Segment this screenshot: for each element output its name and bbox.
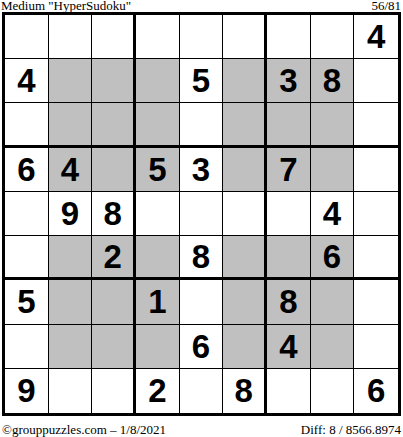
cell-r9c9[interactable]: 6 [354,369,398,413]
cell-r7c2[interactable] [49,280,93,324]
cell-r1c1[interactable] [5,15,49,59]
given-digit: 5 [148,153,166,186]
given-digit: 5 [192,64,210,97]
cell-r1c8[interactable] [311,15,355,59]
cell-r1c2[interactable] [49,15,93,59]
footer-credit: ©grouppuzzles.com – 1/8/2021 [2,423,166,437]
cell-r5c7[interactable] [267,192,311,236]
cell-r2c4[interactable] [136,59,180,103]
given-digit: 2 [103,240,121,273]
cell-r3c4[interactable] [136,103,180,147]
cell-r7c1[interactable]: 5 [5,280,49,324]
cell-r9c2[interactable] [49,369,93,413]
cell-r7c5[interactable] [180,280,224,324]
cell-r6c1[interactable] [5,236,49,280]
progress-counter: 56/81 [371,0,401,12]
given-digit: 3 [192,153,210,186]
cell-r4c9[interactable] [354,148,398,192]
cell-r6c2[interactable] [49,236,93,280]
given-digit: 4 [17,64,35,97]
cell-r3c6[interactable] [223,103,267,147]
cell-r5c4[interactable] [136,192,180,236]
cell-r5c1[interactable] [5,192,49,236]
cell-r5c3[interactable]: 8 [92,192,136,236]
cell-r9c8[interactable] [311,369,355,413]
given-digit: 9 [61,197,79,230]
cell-r4c2[interactable]: 4 [49,148,93,192]
cell-r7c4[interactable]: 1 [136,280,180,324]
given-digit: 3 [279,64,297,97]
cell-r5c2[interactable]: 9 [49,192,93,236]
given-digit: 4 [323,197,341,230]
cell-r5c9[interactable] [354,192,398,236]
cell-r8c9[interactable] [354,325,398,369]
cell-r9c7[interactable] [267,369,311,413]
cell-r2c8[interactable]: 8 [311,59,355,103]
footer-difficulty: Diff: 8 / 8566.8974 [301,423,401,437]
cell-r2c3[interactable] [92,59,136,103]
cell-r4c6[interactable] [223,148,267,192]
cell-r3c8[interactable] [311,103,355,147]
cell-r8c3[interactable] [92,325,136,369]
header: Medium "HyperSudoku" 56/81 [0,0,403,12]
given-digit: 1 [148,285,166,318]
cell-r5c5[interactable] [180,192,224,236]
cell-r1c5[interactable] [180,15,224,59]
cell-r7c9[interactable] [354,280,398,324]
cell-r6c9[interactable] [354,236,398,280]
cell-r1c6[interactable] [223,15,267,59]
cell-r4c7[interactable]: 7 [267,148,311,192]
cell-r6c6[interactable] [223,236,267,280]
given-digit: 9 [17,374,35,407]
given-digit: 6 [192,330,210,363]
cell-r9c6[interactable]: 8 [223,369,267,413]
cell-r6c5[interactable]: 8 [180,236,224,280]
given-digit: 8 [323,64,341,97]
cell-r2c1[interactable]: 4 [5,59,49,103]
cell-r9c5[interactable] [180,369,224,413]
cell-r6c7[interactable] [267,236,311,280]
cell-r2c5[interactable]: 5 [180,59,224,103]
cell-r6c8[interactable]: 6 [311,236,355,280]
given-digit: 6 [17,153,35,186]
cell-r7c8[interactable] [311,280,355,324]
cell-r2c7[interactable]: 3 [267,59,311,103]
cell-r4c3[interactable] [92,148,136,192]
given-digit: 2 [148,374,166,407]
cell-r3c3[interactable] [92,103,136,147]
cell-r1c3[interactable] [92,15,136,59]
cell-r1c9[interactable]: 4 [354,15,398,59]
cell-r3c7[interactable] [267,103,311,147]
cell-r9c1[interactable]: 9 [5,369,49,413]
given-digit: 4 [279,330,297,363]
given-digit: 5 [17,285,35,318]
cell-r8c8[interactable] [311,325,355,369]
given-digit: 8 [192,240,210,273]
cell-r6c3[interactable]: 2 [92,236,136,280]
cell-r4c5[interactable]: 3 [180,148,224,192]
cell-r2c6[interactable] [223,59,267,103]
cell-r1c7[interactable] [267,15,311,59]
cell-r6c4[interactable] [136,236,180,280]
cell-r4c8[interactable] [311,148,355,192]
cell-r2c9[interactable] [354,59,398,103]
cell-r9c3[interactable] [92,369,136,413]
given-digit: 4 [367,20,385,53]
cell-r2c2[interactable] [49,59,93,103]
cell-r8c2[interactable] [49,325,93,369]
given-digit: 8 [234,374,252,407]
given-digit: 6 [323,240,341,273]
cell-r8c1[interactable] [5,325,49,369]
cell-r8c6[interactable] [223,325,267,369]
cell-r3c9[interactable] [354,103,398,147]
cell-r3c1[interactable] [5,103,49,147]
page-title: Medium "HyperSudoku" [1,0,131,12]
sudoku-board: 4453864537984286518649286 [2,12,401,416]
cell-r8c5[interactable]: 6 [180,325,224,369]
cell-r8c7[interactable]: 4 [267,325,311,369]
given-digit: 6 [367,374,385,407]
cell-r3c2[interactable] [49,103,93,147]
cell-r7c6[interactable] [223,280,267,324]
given-digit: 8 [279,285,297,318]
given-digit: 8 [103,197,121,230]
cell-r4c4[interactable]: 5 [136,148,180,192]
given-digit: 4 [61,153,79,186]
cell-r4c1[interactable]: 6 [5,148,49,192]
cell-r3c5[interactable] [180,103,224,147]
cell-r5c8[interactable]: 4 [311,192,355,236]
cell-r8c4[interactable] [136,325,180,369]
footer: ©grouppuzzles.com – 1/8/2021 Diff: 8 / 8… [0,416,403,437]
cell-r1c4[interactable] [136,15,180,59]
cell-r5c6[interactable] [223,192,267,236]
cell-r9c4[interactable]: 2 [136,369,180,413]
cell-r7c7[interactable]: 8 [267,280,311,324]
cell-r7c3[interactable] [92,280,136,324]
given-digit: 7 [279,153,297,186]
